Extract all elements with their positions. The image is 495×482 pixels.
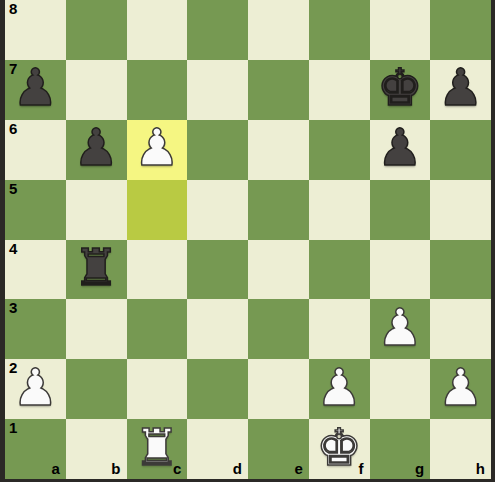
white-king-f1[interactable]: ♚ xyxy=(309,419,370,477)
square-b5[interactable] xyxy=(66,180,127,240)
black-pawn-b6[interactable]: ♟ xyxy=(66,120,127,178)
square-h4[interactable] xyxy=(430,240,491,300)
square-a3[interactable]: 3 xyxy=(5,299,66,359)
square-g1[interactable]: g xyxy=(370,419,431,479)
rank-label-5: 5 xyxy=(9,181,17,198)
square-a2[interactable]: 2♟ xyxy=(5,359,66,419)
file-label-d: d xyxy=(233,461,242,478)
rank-label-1: 1 xyxy=(9,420,17,437)
square-g3[interactable]: ♟ xyxy=(370,299,431,359)
square-g6[interactable]: ♟ xyxy=(370,120,431,180)
square-h8[interactable] xyxy=(430,0,491,60)
white-pawn-g3[interactable]: ♟ xyxy=(370,299,431,357)
rank-label-6: 6 xyxy=(9,121,17,138)
square-e5[interactable] xyxy=(248,180,309,240)
square-b3[interactable] xyxy=(66,299,127,359)
square-a6[interactable]: 6 xyxy=(5,120,66,180)
chess-board[interactable]: 87♟♚♟6♟♟♟54♜3♟2♟♟♟1abc♜def♚gh xyxy=(5,0,491,479)
square-a1[interactable]: 1a xyxy=(5,419,66,479)
file-label-g: g xyxy=(415,461,424,478)
square-e2[interactable] xyxy=(248,359,309,419)
square-a5[interactable]: 5 xyxy=(5,180,66,240)
square-g2[interactable] xyxy=(370,359,431,419)
square-c3[interactable] xyxy=(127,299,188,359)
file-label-b: b xyxy=(111,461,120,478)
rank-label-8: 8 xyxy=(9,1,17,18)
square-g8[interactable] xyxy=(370,0,431,60)
white-pawn-f2[interactable]: ♟ xyxy=(309,359,370,417)
square-f3[interactable] xyxy=(309,299,370,359)
chess-board-frame: 87♟♚♟6♟♟♟54♜3♟2♟♟♟1abc♜def♚gh xyxy=(0,0,495,482)
square-h7[interactable]: ♟ xyxy=(430,60,491,120)
black-king-g7[interactable]: ♚ xyxy=(370,60,431,118)
square-f2[interactable]: ♟ xyxy=(309,359,370,419)
square-b2[interactable] xyxy=(66,359,127,419)
square-b7[interactable] xyxy=(66,60,127,120)
square-h6[interactable] xyxy=(430,120,491,180)
square-d3[interactable] xyxy=(187,299,248,359)
square-f7[interactable] xyxy=(309,60,370,120)
square-c7[interactable] xyxy=(127,60,188,120)
square-c1[interactable]: c♜ xyxy=(127,419,188,479)
square-e4[interactable] xyxy=(248,240,309,300)
white-pawn-h2[interactable]: ♟ xyxy=(430,359,491,417)
square-f4[interactable] xyxy=(309,240,370,300)
square-e3[interactable] xyxy=(248,299,309,359)
square-c4[interactable] xyxy=(127,240,188,300)
square-h2[interactable]: ♟ xyxy=(430,359,491,419)
white-pawn-a2[interactable]: ♟ xyxy=(5,359,66,417)
square-g7[interactable]: ♚ xyxy=(370,60,431,120)
square-h3[interactable] xyxy=(430,299,491,359)
square-e1[interactable]: e xyxy=(248,419,309,479)
file-label-h: h xyxy=(476,461,485,478)
square-b1[interactable]: b xyxy=(66,419,127,479)
file-label-a: a xyxy=(51,461,59,478)
square-c6[interactable]: ♟ xyxy=(127,120,188,180)
black-pawn-a7[interactable]: ♟ xyxy=(5,60,66,118)
black-pawn-h7[interactable]: ♟ xyxy=(430,60,491,118)
square-b4[interactable]: ♜ xyxy=(66,240,127,300)
square-d8[interactable] xyxy=(187,0,248,60)
rank-label-4: 4 xyxy=(9,241,17,258)
square-e8[interactable] xyxy=(248,0,309,60)
square-d7[interactable] xyxy=(187,60,248,120)
white-rook-c1[interactable]: ♜ xyxy=(127,419,188,477)
square-h5[interactable] xyxy=(430,180,491,240)
square-g4[interactable] xyxy=(370,240,431,300)
square-d4[interactable] xyxy=(187,240,248,300)
square-g5[interactable] xyxy=(370,180,431,240)
square-c8[interactable] xyxy=(127,0,188,60)
square-a8[interactable]: 8 xyxy=(5,0,66,60)
square-f6[interactable] xyxy=(309,120,370,180)
square-c2[interactable] xyxy=(127,359,188,419)
square-d2[interactable] xyxy=(187,359,248,419)
square-b8[interactable] xyxy=(66,0,127,60)
square-d5[interactable] xyxy=(187,180,248,240)
square-f5[interactable] xyxy=(309,180,370,240)
file-label-e: e xyxy=(294,461,302,478)
square-f1[interactable]: f♚ xyxy=(309,419,370,479)
square-h1[interactable]: h xyxy=(430,419,491,479)
square-a7[interactable]: 7♟ xyxy=(5,60,66,120)
square-e7[interactable] xyxy=(248,60,309,120)
square-d1[interactable]: d xyxy=(187,419,248,479)
square-d6[interactable] xyxy=(187,120,248,180)
white-pawn-c6[interactable]: ♟ xyxy=(127,120,188,178)
square-e6[interactable] xyxy=(248,120,309,180)
square-b6[interactable]: ♟ xyxy=(66,120,127,180)
black-rook-b4[interactable]: ♜ xyxy=(66,240,127,298)
square-f8[interactable] xyxy=(309,0,370,60)
rank-label-3: 3 xyxy=(9,300,17,317)
square-a4[interactable]: 4 xyxy=(5,240,66,300)
square-c5[interactable] xyxy=(127,180,188,240)
black-pawn-g6[interactable]: ♟ xyxy=(370,120,431,178)
